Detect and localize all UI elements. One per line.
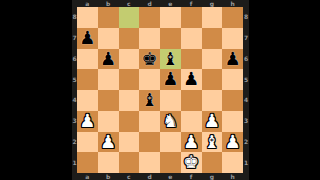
- square-e2: [160, 132, 181, 153]
- file-labels-bottom: abcdefgh: [77, 173, 243, 180]
- square-a8: [77, 7, 98, 28]
- piece-white-pawn: ♟: [100, 132, 116, 152]
- square-h5: [222, 69, 243, 90]
- square-g1: [202, 152, 223, 173]
- piece-black-bishop: ♝: [142, 90, 158, 110]
- square-f2: ♟: [181, 132, 202, 153]
- video-frame: abcdefgh abcdefgh 87654321 87654321 ♟♟♚♝…: [0, 0, 320, 180]
- square-b3: [98, 111, 119, 132]
- square-a6: [77, 49, 98, 70]
- square-c2: [119, 132, 140, 153]
- square-b6: ♟: [98, 49, 119, 70]
- square-b8: [98, 7, 119, 28]
- square-c4: [119, 90, 140, 111]
- letterbox-left: [0, 0, 72, 180]
- square-c5: [119, 69, 140, 90]
- square-c6: [119, 49, 140, 70]
- piece-black-pawn: ♟: [225, 49, 241, 69]
- square-c8: [119, 7, 140, 28]
- file-label-h: h: [222, 173, 243, 180]
- file-label-a: a: [77, 0, 98, 7]
- square-a3: ♟: [77, 111, 98, 132]
- square-e8: [160, 7, 181, 28]
- square-f4: [181, 90, 202, 111]
- square-g6: [202, 49, 223, 70]
- square-a1: [77, 152, 98, 173]
- file-label-d: d: [139, 173, 160, 180]
- square-d8: [139, 7, 160, 28]
- square-a7: ♟: [77, 28, 98, 49]
- square-b2: ♟: [98, 132, 119, 153]
- square-e1: [160, 152, 181, 173]
- piece-black-pawn: ♟: [162, 69, 178, 89]
- square-e5: ♟: [160, 69, 181, 90]
- piece-white-pawn: ♟: [183, 132, 199, 152]
- square-c7: [119, 28, 140, 49]
- piece-black-pawn: ♟: [100, 49, 116, 69]
- square-d5: [139, 69, 160, 90]
- square-a4: [77, 90, 98, 111]
- square-h4: [222, 90, 243, 111]
- square-d3: [139, 111, 160, 132]
- square-b7: [98, 28, 119, 49]
- square-h3: [222, 111, 243, 132]
- square-b4: [98, 90, 119, 111]
- square-f7: [181, 28, 202, 49]
- square-g2: ♝: [202, 132, 223, 153]
- piece-white-bishop: ♝: [204, 132, 220, 152]
- square-e3: ♞: [160, 111, 181, 132]
- square-h2: ♟: [222, 132, 243, 153]
- piece-white-king: ♚: [183, 152, 199, 172]
- square-b5: [98, 69, 119, 90]
- file-label-g: g: [202, 173, 223, 180]
- square-g8: [202, 7, 223, 28]
- square-e6: ♝: [160, 49, 181, 70]
- square-f6: [181, 49, 202, 70]
- square-f3: [181, 111, 202, 132]
- square-g4: [202, 90, 223, 111]
- square-d2: [139, 132, 160, 153]
- file-label-c: c: [119, 0, 140, 7]
- file-label-a: a: [77, 173, 98, 180]
- file-label-h: h: [222, 0, 243, 7]
- square-d6: ♚: [139, 49, 160, 70]
- piece-white-pawn: ♟: [79, 111, 95, 131]
- square-f1: ♚: [181, 152, 202, 173]
- square-e4: [160, 90, 181, 111]
- file-label-e: e: [160, 173, 181, 180]
- file-labels-top: abcdefgh: [77, 0, 243, 7]
- piece-black-pawn: ♟: [183, 69, 199, 89]
- file-label-d: d: [139, 0, 160, 7]
- square-b1: [98, 152, 119, 173]
- chessboard: ♟♟♚♝♟♟♟♝♟♞♟♟♟♝♟♚: [77, 7, 243, 173]
- piece-black-bishop: ♝: [162, 49, 178, 69]
- square-h1: [222, 152, 243, 173]
- square-g7: [202, 28, 223, 49]
- square-c1: [119, 152, 140, 173]
- square-g3: ♟: [202, 111, 223, 132]
- piece-black-pawn: ♟: [79, 28, 95, 48]
- square-e7: [160, 28, 181, 49]
- square-g5: [202, 69, 223, 90]
- file-label-f: f: [181, 0, 202, 7]
- file-label-c: c: [119, 173, 140, 180]
- file-label-f: f: [181, 173, 202, 180]
- square-a2: [77, 132, 98, 153]
- square-h6: ♟: [222, 49, 243, 70]
- square-d7: [139, 28, 160, 49]
- square-h8: [222, 7, 243, 28]
- square-h7: [222, 28, 243, 49]
- square-a5: [77, 69, 98, 90]
- file-label-e: e: [160, 0, 181, 7]
- square-d1: [139, 152, 160, 173]
- square-c3: [119, 111, 140, 132]
- chessboard-frame: abcdefgh abcdefgh 87654321 87654321 ♟♟♚♝…: [72, 0, 249, 180]
- piece-white-pawn: ♟: [225, 132, 241, 152]
- square-f5: ♟: [181, 69, 202, 90]
- letterbox-right: [249, 0, 320, 180]
- file-label-b: b: [98, 0, 119, 7]
- file-label-b: b: [98, 173, 119, 180]
- piece-white-pawn: ♟: [204, 111, 220, 131]
- piece-white-knight: ♞: [162, 111, 178, 131]
- square-f8: [181, 7, 202, 28]
- piece-black-king: ♚: [142, 49, 158, 69]
- file-label-g: g: [202, 0, 223, 7]
- square-d4: ♝: [139, 90, 160, 111]
